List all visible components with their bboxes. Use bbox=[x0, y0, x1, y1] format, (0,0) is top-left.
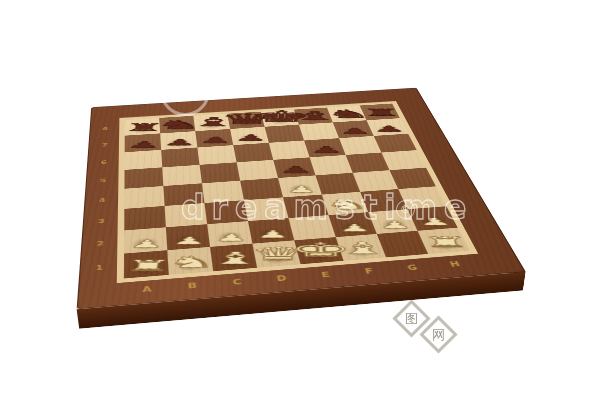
square-f1 bbox=[336, 234, 386, 261]
file-label-b: B bbox=[169, 279, 215, 294]
chess-board: ABCDEFGH87654321 ♜♞♝♛♚♝♞♜♟♟♟♟♟♟♟♟♟♞♟♟♟♟♟… bbox=[77, 88, 526, 310]
square-a2 bbox=[124, 227, 167, 253]
pieces-layer: ♜♞♝♛♚♝♞♜♟♟♟♟♟♟♟♟♟♞♟♟♟♟♟♟♟♜♞♝♛♚♝♜ bbox=[91, 88, 416, 107]
square-b2 bbox=[166, 224, 210, 250]
piece-glyph: ♟ bbox=[106, 129, 184, 148]
square-c2 bbox=[207, 221, 252, 247]
perspective-wrapper: ABCDEFGH87654321 ♜♞♝♛♚♝♞♜♟♟♟♟♟♟♟♟♟♞♟♟♟♟♟… bbox=[0, 0, 610, 405]
file-label-h: H bbox=[431, 258, 479, 272]
piece-glyph: ♟ bbox=[318, 116, 391, 135]
file-label-c: C bbox=[214, 275, 261, 290]
rank-label-2: 2 bbox=[88, 238, 113, 250]
rank-label-4: 4 bbox=[91, 195, 115, 205]
rank-label-5: 5 bbox=[92, 176, 115, 186]
square-c5 bbox=[200, 162, 241, 183]
file-label-g: G bbox=[389, 261, 436, 275]
square-c6 bbox=[197, 145, 236, 165]
piece-glyph: ♟ bbox=[289, 134, 364, 154]
square-a6 bbox=[125, 150, 163, 170]
rank-label-1: 1 bbox=[86, 261, 112, 274]
square-c1 bbox=[210, 244, 257, 272]
square-b1 bbox=[167, 247, 213, 275]
file-label-e: E bbox=[302, 268, 349, 282]
square-d1 bbox=[252, 240, 300, 267]
black-pawn-a7: ♟ bbox=[125, 133, 162, 152]
stock-photo-chess-scene: ABCDEFGH87654321 ♜♞♝♛♚♝♞♜♟♟♟♟♟♟♟♟♟♞♟♟♟♟♟… bbox=[0, 0, 610, 405]
file-label-a: A bbox=[124, 282, 170, 297]
rank-label-6: 6 bbox=[93, 158, 115, 167]
square-d2 bbox=[248, 218, 294, 243]
file-label-d: D bbox=[259, 271, 306, 286]
square-e2 bbox=[288, 215, 335, 240]
file-label-f: F bbox=[346, 264, 393, 278]
square-a1 bbox=[124, 250, 169, 278]
